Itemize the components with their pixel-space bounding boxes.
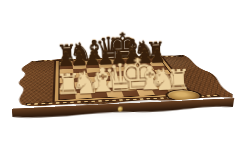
piece-black-knight: ♞ (133, 37, 152, 62)
piece-white-pawn: ♟ (102, 68, 125, 91)
piece-white-pawn: ♟ (117, 68, 140, 91)
piece-black-rook: ♜ (56, 42, 76, 66)
piece-white-king: ♚ (119, 54, 143, 97)
piece-white-knight: ♞ (150, 64, 173, 95)
brass-clasp-icon (118, 106, 123, 111)
piece-white-pawn: ♟ (133, 67, 155, 90)
piece-black-pawn: ♟ (83, 49, 103, 69)
piece-white-rook: ♜ (55, 69, 79, 99)
piece-white-bishop: ♝ (87, 64, 111, 98)
piece-white-queen: ♛ (103, 59, 127, 97)
piece-black-pawn: ♟ (69, 49, 89, 69)
piece-black-pawn: ♟ (109, 48, 128, 67)
product-photo: ♜♞♝♛♚♝♞♜♟♟♟♟♟♟♟♟♟♟♟♟♟♟♟♟♜♞♝♛♚♝♞♜ (0, 0, 240, 150)
piece-white-knight: ♞ (71, 67, 95, 99)
piece-black-rook: ♜ (145, 39, 164, 62)
piece-black-pawn: ♟ (96, 48, 116, 67)
piece-black-pawn: ♟ (135, 47, 154, 66)
piece-white-pawn: ♟ (163, 66, 185, 89)
piece-white-bishop: ♝ (135, 62, 159, 96)
piece-white-pawn: ♟ (71, 70, 94, 93)
chess-board-3d: ♜♞♝♛♚♝♞♜♟♟♟♟♟♟♟♟♟♟♟♟♟♟♟♟♜♞♝♛♚♝♞♜ (6, 53, 240, 111)
piece-black-pawn: ♟ (148, 47, 167, 66)
piece-white-pawn: ♟ (148, 67, 170, 90)
piece-black-pawn: ♟ (122, 47, 141, 66)
piece-black-pawn: ♟ (56, 50, 76, 70)
piece-black-queen: ♛ (94, 33, 113, 64)
piece-black-knight: ♞ (69, 39, 88, 64)
piece-white-rook: ♜ (166, 65, 189, 94)
piece-white-pawn: ♟ (87, 69, 110, 92)
piece-black-bishop: ♝ (120, 36, 139, 63)
piece-black-king: ♚ (107, 29, 126, 63)
piece-white-pawn: ♟ (55, 70, 78, 93)
piece-black-bishop: ♝ (82, 37, 101, 64)
